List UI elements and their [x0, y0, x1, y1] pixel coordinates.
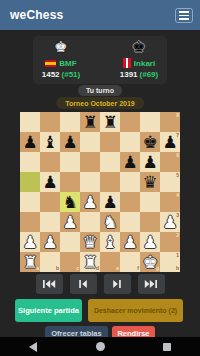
black-rook-e8[interactable]: ♜: [100, 112, 120, 132]
white-player-panel: ♚ BMF 1452(#51): [33, 36, 89, 84]
square-b2[interactable]: ♟: [40, 232, 60, 252]
square-c6[interactable]: [60, 152, 80, 172]
square-d8[interactable]: ♜: [80, 112, 100, 132]
skip-to-first-icon: [42, 279, 56, 289]
recents-icon: [163, 343, 171, 351]
square-a1[interactable]: ♜a: [20, 252, 40, 272]
square-a4[interactable]: [20, 192, 40, 212]
square-c8[interactable]: [60, 112, 80, 132]
square-a7[interactable]: ♟: [20, 132, 40, 152]
square-f4[interactable]: [120, 192, 140, 212]
previous-move-button[interactable]: [70, 274, 97, 294]
black-bishop-b7[interactable]: ♝: [40, 132, 60, 152]
white-pawn-a2[interactable]: ♟: [20, 232, 40, 252]
black-pawn-a7[interactable]: ♟: [20, 132, 40, 152]
square-c2[interactable]: [60, 232, 80, 252]
coordinate-file-b: b: [56, 266, 59, 271]
square-g4[interactable]: [140, 192, 160, 212]
square-d7[interactable]: [80, 132, 100, 152]
back-icon: [29, 342, 37, 352]
square-a5[interactable]: [20, 172, 40, 192]
coordinate-rank-4: 4: [176, 193, 179, 198]
spain-flag: [45, 60, 56, 67]
white-king-icon: ♚: [54, 38, 67, 56]
black-rook-d8[interactable]: ♜: [80, 112, 100, 132]
coordinate-rank-7: 7: [176, 133, 179, 138]
square-e8[interactable]: ♜: [100, 112, 120, 132]
square-f2[interactable]: ♟: [120, 232, 140, 252]
hamburger-menu-button[interactable]: [175, 8, 193, 23]
square-e5[interactable]: [100, 172, 120, 192]
square-c1[interactable]: c: [60, 252, 80, 272]
square-c4[interactable]: ♞: [60, 192, 80, 212]
square-h3[interactable]: ♟3: [160, 212, 180, 232]
square-g7[interactable]: ♚: [140, 132, 160, 152]
square-g2[interactable]: ♟: [140, 232, 160, 252]
square-h2[interactable]: 2: [160, 232, 180, 252]
square-e3[interactable]: ♞: [100, 212, 120, 232]
square-e6[interactable]: [100, 152, 120, 172]
app-header: weChess: [0, 0, 200, 30]
square-a3[interactable]: [20, 212, 40, 232]
next-move-button[interactable]: [104, 274, 131, 294]
white-pawn-d4[interactable]: ♟: [80, 192, 100, 212]
square-a8[interactable]: [20, 112, 40, 132]
coordinate-file-f: f: [137, 266, 139, 271]
wechess-app-screen: weChess ♚ BMF 1452(#51) ♚ Inkari 1391(#6…: [0, 0, 200, 356]
square-e4[interactable]: ♟: [100, 192, 120, 212]
square-f1[interactable]: f: [120, 252, 140, 272]
square-b6[interactable]: [40, 152, 60, 172]
black-pawn-e4[interactable]: ♟: [100, 192, 120, 212]
coordinate-rank-5: 5: [176, 173, 179, 178]
android-navigation-bar: [0, 337, 200, 356]
square-g6[interactable]: ♟: [140, 152, 160, 172]
square-h6[interactable]: 6: [160, 152, 180, 172]
square-b4[interactable]: [40, 192, 60, 212]
square-d3[interactable]: [80, 212, 100, 232]
square-b5[interactable]: ♟: [40, 172, 60, 192]
android-back-button[interactable]: [0, 342, 67, 352]
square-b7[interactable]: ♝: [40, 132, 60, 152]
white-player-name: BMF: [59, 59, 76, 68]
coordinate-file-h: h: [176, 266, 179, 271]
square-d2[interactable]: ♛: [80, 232, 100, 252]
tournament-badge: Torneo October 2019: [56, 97, 144, 109]
coordinate-rank-6: 6: [176, 153, 179, 158]
next-game-button[interactable]: Siguiente partida: [15, 299, 82, 322]
coordinate-file-g: g: [156, 266, 159, 271]
coordinate-file-c: c: [76, 266, 79, 271]
square-f3[interactable]: [120, 212, 140, 232]
black-pawn-g6[interactable]: ♟: [140, 152, 160, 172]
coordinate-rank-8: 8: [176, 113, 179, 118]
white-queen-d2[interactable]: ♛: [80, 232, 100, 252]
android-home-button[interactable]: [67, 342, 134, 351]
square-e1[interactable]: e: [100, 252, 120, 272]
square-c7[interactable]: ♟: [60, 132, 80, 152]
app-title: weChess: [10, 8, 63, 22]
black-knight-c4[interactable]: ♞: [60, 192, 80, 212]
square-b1[interactable]: b: [40, 252, 60, 272]
black-queen-g5[interactable]: ♛: [140, 172, 160, 192]
coordinate-rank-2: 2: [176, 233, 179, 238]
square-d4[interactable]: ♟: [80, 192, 100, 212]
square-d6[interactable]: [80, 152, 100, 172]
square-d1[interactable]: ♜d: [80, 252, 100, 272]
square-g8[interactable]: [140, 112, 160, 132]
square-f6[interactable]: ♟: [120, 152, 140, 172]
white-pawn-b2[interactable]: ♟: [40, 232, 60, 252]
white-pawn-g2[interactable]: ♟: [140, 232, 160, 252]
square-h1[interactable]: 1h: [160, 252, 180, 272]
square-h4[interactable]: 4: [160, 192, 180, 212]
square-h8[interactable]: 8: [160, 112, 180, 132]
black-pawn-b5[interactable]: ♟: [40, 172, 60, 192]
square-g3[interactable]: [140, 212, 160, 232]
coordinate-rank-1: 1: [176, 253, 179, 258]
previous-move-icon: [78, 279, 88, 289]
black-pawn-f6[interactable]: ♟: [120, 152, 140, 172]
chess-board[interactable]: ♜♜8♟♝♟♚♟7♟♟6♟♛5♞♟♟4♟♞♟3♟♟♛♝♟♟2♜abc♜def♚g…: [20, 112, 180, 272]
undo-move-button[interactable]: Deshacer movimiento (2): [88, 299, 183, 322]
black-player-rating: 1391(#69): [120, 70, 158, 79]
white-knight-e3[interactable]: ♞: [100, 212, 120, 232]
peru-flag: [123, 58, 131, 68]
coordinate-file-a: a: [36, 266, 39, 271]
white-pawn-c3[interactable]: ♟: [60, 212, 80, 232]
square-h5[interactable]: 5: [160, 172, 180, 192]
black-player-panel: ♚ Inkari 1391(#69): [111, 36, 167, 84]
black-player-name: Inkari: [134, 59, 155, 68]
move-navigation: [0, 274, 200, 294]
android-recents-button[interactable]: [133, 343, 200, 351]
square-a2[interactable]: ♟: [20, 232, 40, 252]
players-card: ♚ BMF 1452(#51) ♚ Inkari 1391(#69): [33, 36, 167, 84]
coordinate-file-d: d: [96, 266, 99, 271]
next-move-icon: [112, 279, 122, 289]
square-d5[interactable]: [80, 172, 100, 192]
home-icon: [96, 342, 105, 351]
white-pawn-f2[interactable]: ♟: [120, 232, 140, 252]
first-move-button[interactable]: [36, 274, 63, 294]
square-b8[interactable]: [40, 112, 60, 132]
square-g1[interactable]: ♚g: [140, 252, 160, 272]
square-c3[interactable]: ♟: [60, 212, 80, 232]
coordinate-rank-3: 3: [176, 213, 179, 218]
white-bishop-e2[interactable]: ♝: [100, 232, 120, 252]
square-e2[interactable]: ♝: [100, 232, 120, 252]
square-g5[interactable]: ♛: [140, 172, 160, 192]
square-c5[interactable]: [60, 172, 80, 192]
coordinate-file-e: e: [116, 266, 119, 271]
square-h7[interactable]: ♟7: [160, 132, 180, 152]
black-pawn-c7[interactable]: ♟: [60, 132, 80, 152]
black-king-g7[interactable]: ♚: [140, 132, 160, 152]
square-b3[interactable]: [40, 212, 60, 232]
skip-to-last-icon: [144, 279, 158, 289]
square-a6[interactable]: [20, 152, 40, 172]
last-move-button[interactable]: [138, 274, 165, 294]
square-f8[interactable]: [120, 112, 140, 132]
square-e7[interactable]: [100, 132, 120, 152]
square-f5[interactable]: [120, 172, 140, 192]
white-player-rating: 1452(#51): [42, 70, 80, 79]
turn-badge: Tu turno: [78, 85, 122, 96]
square-f7[interactable]: [120, 132, 140, 152]
black-king-icon: ♚: [132, 38, 145, 56]
